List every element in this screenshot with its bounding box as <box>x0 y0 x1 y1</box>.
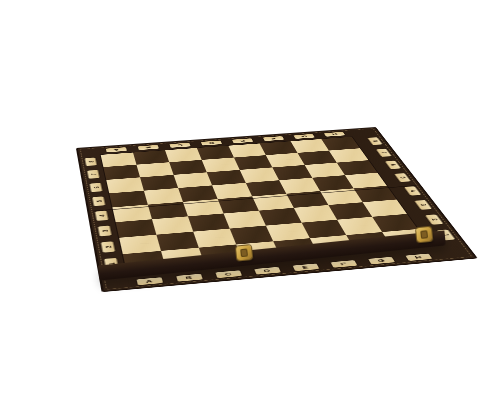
file-label-bottom-c: C <box>215 270 242 278</box>
rank-label-left-8: 8 <box>85 158 97 166</box>
rank-label-right-7: 7 <box>376 149 391 157</box>
file-label-bottom-d: D <box>254 267 281 275</box>
rank-label-left-5: 5 <box>92 196 105 206</box>
file-label-bottom-b: B <box>176 274 203 282</box>
rank-label-left-4: 4 <box>95 211 108 221</box>
brass-clasp-center <box>236 245 252 260</box>
file-label-bottom-h: H <box>405 253 432 260</box>
rank-label-right-8: 8 <box>368 137 383 145</box>
rank-label-right-2: 2 <box>425 214 443 224</box>
piece-white-knight-b1: ♞ <box>162 214 204 260</box>
rank-label-left-6: 6 <box>90 183 103 192</box>
rank-label-right-5: 5 <box>394 173 410 182</box>
file-label-bottom-f: F <box>330 260 357 268</box>
chess-set-scene: AABBCCDDEEFFGGHH1122334455667788 ♜♞♝♛♚♞♝… <box>88 28 428 368</box>
rank-label-right-6: 6 <box>385 161 401 170</box>
file-label-bottom-e: E <box>292 263 319 271</box>
piece-white-rook-a1: ♜ <box>126 223 162 263</box>
brass-clasp-right <box>416 227 432 242</box>
rank-label-left-3: 3 <box>98 226 112 237</box>
file-label-bottom-g: G <box>367 257 394 264</box>
rank-label-left-2: 2 <box>101 241 115 252</box>
file-label-bottom-a: A <box>136 277 163 285</box>
rank-label-left-7: 7 <box>87 170 99 179</box>
